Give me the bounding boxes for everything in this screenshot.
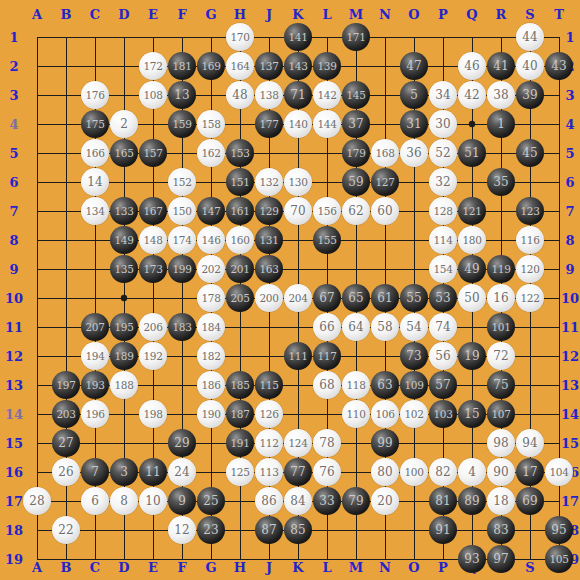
- move-number: 93: [464, 553, 479, 565]
- stone-black: 37: [342, 110, 370, 138]
- move-number: 16: [493, 292, 508, 304]
- stone-white: 204: [284, 284, 312, 312]
- move-number: 158: [202, 119, 221, 130]
- move-number: 153: [231, 148, 250, 159]
- stone-black: 145: [342, 81, 370, 109]
- move-number: 10: [145, 495, 160, 507]
- move-number: 131: [260, 235, 279, 246]
- stone-black: 89: [458, 487, 486, 515]
- stone-black: 41: [487, 52, 515, 80]
- move-number: 127: [376, 177, 395, 188]
- move-number: 74: [435, 321, 450, 333]
- move-number: 27: [58, 437, 73, 449]
- stone-black: 203: [52, 400, 80, 428]
- move-number: 63: [377, 379, 392, 391]
- stone-black: 7: [81, 458, 109, 486]
- stone-black: 159: [168, 110, 196, 138]
- move-number: 147: [202, 206, 221, 217]
- stone-white: 182: [197, 342, 225, 370]
- stone-white: 102: [400, 400, 428, 428]
- move-number: 202: [202, 264, 221, 275]
- move-number: 151: [231, 177, 250, 188]
- stone-white: 180: [458, 226, 486, 254]
- coordinate-label: 18: [5, 523, 23, 538]
- move-number: 143: [289, 61, 308, 72]
- coordinate-label: S: [525, 7, 534, 22]
- stone-white: 186: [197, 371, 225, 399]
- move-number: 173: [144, 264, 163, 275]
- move-number: 13: [174, 89, 189, 101]
- stone-black: 205: [226, 284, 254, 312]
- stone-black: 149: [110, 226, 138, 254]
- coordinate-label: R: [496, 7, 507, 22]
- stone-white: 168: [371, 139, 399, 167]
- stone-white: 174: [168, 226, 196, 254]
- stone-white: 128: [429, 197, 457, 225]
- move-number: 44: [522, 31, 537, 43]
- move-number: 56: [435, 350, 450, 362]
- stone-black: 201: [226, 255, 254, 283]
- move-number: 134: [86, 206, 105, 217]
- move-number: 132: [260, 177, 279, 188]
- move-number: 198: [144, 409, 163, 420]
- stone-white: 42: [458, 81, 486, 109]
- stone-black: 101: [487, 313, 515, 341]
- stone-black: 169: [197, 52, 225, 80]
- move-number: 72: [493, 350, 508, 362]
- stone-black: 181: [168, 52, 196, 80]
- move-number: 177: [260, 119, 279, 130]
- move-number: 182: [202, 351, 221, 362]
- stone-white: 30: [429, 110, 457, 138]
- move-number: 106: [376, 409, 395, 420]
- stone-white: 192: [139, 342, 167, 370]
- move-number: 104: [550, 467, 569, 478]
- move-number: 152: [173, 177, 192, 188]
- stone-black: 167: [139, 197, 167, 225]
- stone-black: 121: [458, 197, 486, 225]
- move-number: 3: [120, 466, 128, 478]
- move-number: 189: [115, 351, 134, 362]
- stone-black: 109: [400, 371, 428, 399]
- stone-white: 50: [458, 284, 486, 312]
- stone-white: 144: [313, 110, 341, 138]
- move-number: 23: [203, 524, 218, 536]
- stone-black: 5: [400, 81, 428, 109]
- stone-white: 48: [226, 81, 254, 109]
- move-number: 84: [290, 495, 305, 507]
- move-number: 32: [435, 176, 450, 188]
- coordinate-label: 6: [9, 175, 18, 190]
- move-number: 195: [115, 322, 134, 333]
- move-number: 200: [260, 293, 279, 304]
- stone-white: 184: [197, 313, 225, 341]
- stone-black: 55: [400, 284, 428, 312]
- move-number: 70: [290, 205, 305, 217]
- stone-white: 28: [23, 487, 51, 515]
- move-number: 178: [202, 293, 221, 304]
- move-number: 83: [493, 524, 508, 536]
- coordinate-label: M: [349, 7, 363, 22]
- move-number: 188: [115, 380, 134, 391]
- stones-layer: 1701411714417218116916413714313947464140…: [23, 23, 574, 574]
- stone-black: 161: [226, 197, 254, 225]
- move-number: 46: [464, 60, 479, 72]
- stone-black: 65: [342, 284, 370, 312]
- stone-black: 207: [81, 313, 109, 341]
- stone-black: 133: [110, 197, 138, 225]
- move-number: 101: [492, 322, 511, 333]
- stone-white: 188: [110, 371, 138, 399]
- stone-black: 45: [516, 139, 544, 167]
- stone-white: 84: [284, 487, 312, 515]
- move-number: 113: [260, 467, 279, 478]
- stone-black: 75: [487, 371, 515, 399]
- move-number: 17: [522, 466, 537, 478]
- stone-white: 24: [168, 458, 196, 486]
- stone-white: 12: [168, 516, 196, 544]
- stone-black: 199: [168, 255, 196, 283]
- stone-white: 58: [371, 313, 399, 341]
- stone-white: 166: [81, 139, 109, 167]
- move-number: 60: [377, 205, 392, 217]
- stone-black: 83: [487, 516, 515, 544]
- stone-white: 72: [487, 342, 515, 370]
- stone-black: 51: [458, 139, 486, 167]
- move-number: 175: [86, 119, 105, 130]
- move-number: 119: [492, 264, 511, 275]
- stone-black: 171: [342, 23, 370, 51]
- move-number: 164: [231, 61, 250, 72]
- move-number: 24: [174, 466, 189, 478]
- stone-black: 43: [545, 52, 573, 80]
- move-number: 184: [202, 322, 221, 333]
- stone-white: 70: [284, 197, 312, 225]
- stone-white: 118: [342, 371, 370, 399]
- stone-black: 29: [168, 429, 196, 457]
- stone-black: 115: [255, 371, 283, 399]
- stone-black: 27: [52, 429, 80, 457]
- move-number: 33: [319, 495, 334, 507]
- coordinate-label: 8: [9, 233, 18, 248]
- move-number: 120: [521, 264, 540, 275]
- stone-black: 69: [516, 487, 544, 515]
- coordinate-label: N: [379, 7, 391, 22]
- move-number: 141: [289, 32, 308, 43]
- stone-black: 139: [313, 52, 341, 80]
- stone-white: 56: [429, 342, 457, 370]
- stone-white: 172: [139, 52, 167, 80]
- move-number: 125: [231, 467, 250, 478]
- move-number: 35: [493, 176, 508, 188]
- move-number: 121: [463, 206, 482, 217]
- move-number: 97: [493, 553, 508, 565]
- move-number: 150: [173, 206, 192, 217]
- move-number: 129: [260, 206, 279, 217]
- move-number: 108: [144, 90, 163, 101]
- move-number: 37: [348, 118, 363, 130]
- stone-white: 10: [139, 487, 167, 515]
- move-number: 159: [173, 119, 192, 130]
- move-number: 109: [405, 380, 424, 391]
- stone-white: 140: [284, 110, 312, 138]
- stone-white: 34: [429, 81, 457, 109]
- move-number: 110: [347, 409, 366, 420]
- move-number: 107: [492, 409, 511, 420]
- move-number: 31: [406, 118, 421, 130]
- coordinate-label: 15: [5, 436, 23, 451]
- stone-white: 18: [487, 487, 515, 515]
- stone-black: 95: [545, 516, 573, 544]
- stone-black: 87: [255, 516, 283, 544]
- stone-white: 158: [197, 110, 225, 138]
- stone-black: 143: [284, 52, 312, 80]
- coordinate-label: 5: [9, 146, 18, 161]
- move-number: 54: [406, 321, 421, 333]
- go-board[interactable]: ABCDEFGHJKLMNOPQRST ABCDEFGHJKLMNOPQRST …: [0, 0, 580, 580]
- stone-white: 132: [255, 168, 283, 196]
- move-number: 85: [290, 524, 305, 536]
- stone-black: 71: [284, 81, 312, 109]
- move-number: 187: [231, 409, 250, 420]
- move-number: 176: [86, 90, 105, 101]
- stone-black: 135: [110, 255, 138, 283]
- move-number: 146: [202, 235, 221, 246]
- coordinate-label: 4: [9, 117, 18, 132]
- move-number: 170: [231, 32, 250, 43]
- stone-white: 14: [81, 168, 109, 196]
- stone-white: 116: [516, 226, 544, 254]
- stone-white: 2: [110, 110, 138, 138]
- stone-black: 185: [226, 371, 254, 399]
- stone-black: 117: [313, 342, 341, 370]
- stone-white: 100: [400, 458, 428, 486]
- coordinate-label: 13: [5, 378, 23, 393]
- move-number: 9: [178, 495, 186, 507]
- move-number: 190: [202, 409, 221, 420]
- coordinate-label: K: [292, 7, 303, 22]
- stone-black: 79: [342, 487, 370, 515]
- move-number: 69: [522, 495, 537, 507]
- coordinate-label: B: [61, 7, 72, 22]
- move-number: 43: [551, 60, 566, 72]
- stone-white: 16: [487, 284, 515, 312]
- stone-black: 9: [168, 487, 196, 515]
- move-number: 199: [173, 264, 192, 275]
- stone-white: 104: [545, 458, 573, 486]
- move-number: 7: [91, 466, 99, 478]
- stone-black: 111: [284, 342, 312, 370]
- stone-white: 68: [313, 371, 341, 399]
- move-number: 26: [58, 466, 73, 478]
- stone-black: 129: [255, 197, 283, 225]
- move-number: 206: [144, 322, 163, 333]
- move-number: 14: [87, 176, 102, 188]
- stone-white: 82: [429, 458, 457, 486]
- move-number: 130: [289, 177, 308, 188]
- move-number: 133: [115, 206, 134, 217]
- stone-white: 74: [429, 313, 457, 341]
- stone-black: 23: [197, 516, 225, 544]
- coordinate-label: 1: [9, 30, 18, 45]
- coordinate-label: C: [90, 7, 100, 22]
- stone-black: 119: [487, 255, 515, 283]
- move-number: 8: [120, 495, 128, 507]
- stone-white: 86: [255, 487, 283, 515]
- coordinate-label: 19: [5, 552, 23, 567]
- stone-black: 91: [429, 516, 457, 544]
- move-number: 30: [435, 118, 450, 130]
- stone-black: 85: [284, 516, 312, 544]
- stone-black: 15: [458, 400, 486, 428]
- stone-white: 46: [458, 52, 486, 80]
- stone-black: 63: [371, 371, 399, 399]
- stone-black: 193: [81, 371, 109, 399]
- move-number: 15: [464, 408, 479, 420]
- move-number: 155: [318, 235, 337, 246]
- coordinate-label: F: [177, 7, 186, 22]
- coordinate-label: 2: [9, 59, 18, 74]
- stone-white: 150: [168, 197, 196, 225]
- move-number: 76: [319, 466, 334, 478]
- stone-white: 162: [197, 139, 225, 167]
- stone-black: 197: [52, 371, 80, 399]
- move-number: 154: [434, 264, 453, 275]
- move-number: 99: [377, 437, 392, 449]
- move-number: 124: [289, 438, 308, 449]
- stone-black: 25: [197, 487, 225, 515]
- move-number: 22: [58, 524, 73, 536]
- stone-black: 1: [487, 110, 515, 138]
- move-number: 82: [435, 466, 450, 478]
- move-number: 18: [493, 495, 508, 507]
- move-number: 149: [115, 235, 134, 246]
- stone-white: 130: [284, 168, 312, 196]
- move-number: 73: [406, 350, 421, 362]
- move-number: 19: [464, 350, 479, 362]
- stone-black: 187: [226, 400, 254, 428]
- stone-black: 99: [371, 429, 399, 457]
- stone-black: 183: [168, 313, 196, 341]
- stone-white: 122: [516, 284, 544, 312]
- move-number: 58: [377, 321, 392, 333]
- move-number: 28: [29, 495, 44, 507]
- stone-black: 33: [313, 487, 341, 515]
- stone-black: 17: [516, 458, 544, 486]
- move-number: 48: [232, 89, 247, 101]
- move-number: 87: [261, 524, 276, 536]
- coordinate-label: 11: [5, 320, 23, 335]
- move-number: 162: [202, 148, 221, 159]
- move-number: 139: [318, 61, 337, 72]
- coordinate-label: A: [32, 7, 42, 22]
- move-number: 205: [231, 293, 250, 304]
- stone-white: 106: [371, 400, 399, 428]
- stone-black: 81: [429, 487, 457, 515]
- stone-white: 124: [284, 429, 312, 457]
- stone-black: 35: [487, 168, 515, 196]
- stone-white: 4: [458, 458, 486, 486]
- move-number: 207: [86, 322, 105, 333]
- move-number: 66: [319, 321, 334, 333]
- stone-black: 39: [516, 81, 544, 109]
- move-number: 5: [410, 89, 418, 101]
- move-number: 193: [86, 380, 105, 391]
- stone-white: 164: [226, 52, 254, 80]
- stone-white: 194: [81, 342, 109, 370]
- stone-black: 103: [429, 400, 457, 428]
- coordinate-label: P: [438, 7, 448, 22]
- move-number: 105: [550, 554, 569, 565]
- move-number: 172: [144, 61, 163, 72]
- stone-white: 120: [516, 255, 544, 283]
- move-number: 42: [464, 89, 479, 101]
- coordinate-label: 9: [9, 262, 18, 277]
- stone-black: 173: [139, 255, 167, 283]
- coordinate-label: 7: [9, 204, 18, 219]
- stone-black: 123: [516, 197, 544, 225]
- stone-white: 198: [139, 400, 167, 428]
- move-number: 79: [348, 495, 363, 507]
- stone-white: 94: [516, 429, 544, 457]
- move-number: 25: [203, 495, 218, 507]
- move-number: 145: [347, 90, 366, 101]
- stone-white: 90: [487, 458, 515, 486]
- stone-white: 44: [516, 23, 544, 51]
- coordinate-label: 3: [9, 88, 18, 103]
- move-number: 67: [319, 292, 334, 304]
- stone-white: 170: [226, 23, 254, 51]
- move-number: 148: [144, 235, 163, 246]
- stone-white: 6: [81, 487, 109, 515]
- move-number: 52: [435, 147, 450, 159]
- move-number: 128: [434, 206, 453, 217]
- stone-black: 107: [487, 400, 515, 428]
- stone-white: 152: [168, 168, 196, 196]
- move-number: 112: [260, 438, 279, 449]
- coordinate-label: 12: [5, 349, 23, 364]
- stone-black: 49: [458, 255, 486, 283]
- move-number: 34: [435, 89, 450, 101]
- stone-black: 11: [139, 458, 167, 486]
- move-number: 68: [319, 379, 334, 391]
- move-number: 111: [289, 351, 308, 362]
- move-number: 94: [522, 437, 537, 449]
- stone-black: 137: [255, 52, 283, 80]
- move-number: 201: [231, 264, 250, 275]
- coordinate-label: 10: [5, 291, 23, 306]
- move-number: 114: [434, 235, 453, 246]
- move-number: 11: [145, 466, 160, 478]
- move-number: 137: [260, 61, 279, 72]
- stone-black: 93: [458, 545, 486, 573]
- stone-white: 26: [52, 458, 80, 486]
- stone-black: 151: [226, 168, 254, 196]
- move-number: 59: [348, 176, 363, 188]
- move-number: 183: [173, 322, 192, 333]
- move-number: 181: [173, 61, 192, 72]
- move-number: 103: [434, 409, 453, 420]
- move-number: 115: [260, 380, 279, 391]
- move-number: 163: [260, 264, 279, 275]
- move-number: 95: [551, 524, 566, 536]
- stone-white: 154: [429, 255, 457, 283]
- stone-black: 141: [284, 23, 312, 51]
- stone-white: 114: [429, 226, 457, 254]
- move-number: 203: [57, 409, 76, 420]
- move-number: 81: [435, 495, 450, 507]
- move-number: 186: [202, 380, 221, 391]
